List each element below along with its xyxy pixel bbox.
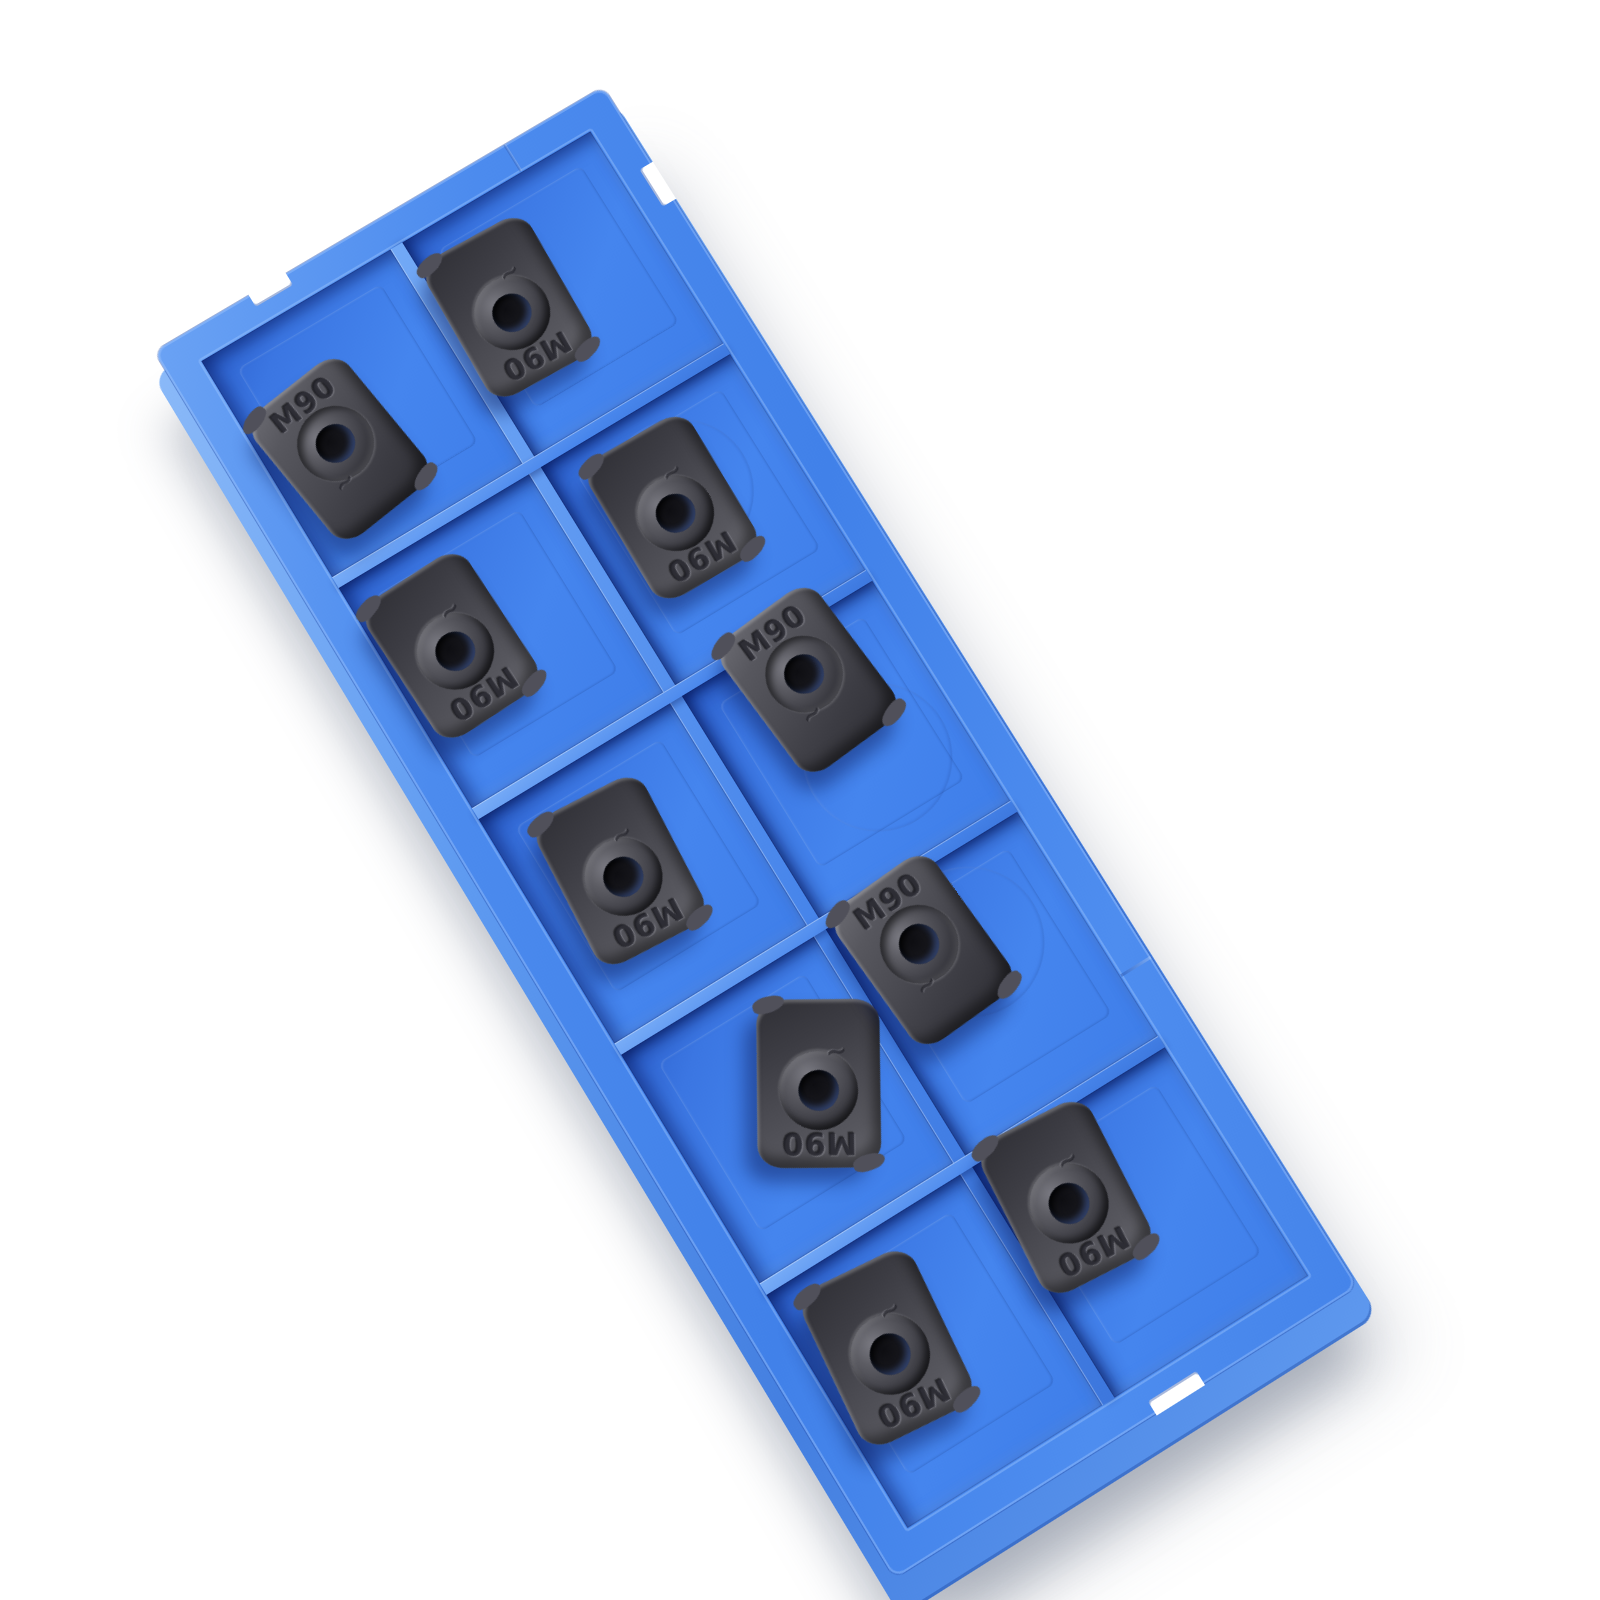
tray-wrap: M90 ∼ M90 ∼ M90 ∼ M90 ∼ M90 bbox=[154, 86, 1358, 1578]
insert-label: M90 bbox=[757, 1125, 881, 1162]
insert-bore bbox=[776, 647, 832, 702]
insert-bore bbox=[648, 486, 702, 539]
product-photo: M90 ∼ M90 ∼ M90 ∼ M90 ∼ M90 bbox=[0, 0, 1600, 1600]
insert-chipbreaker-mark: ∼ bbox=[824, 1036, 850, 1069]
insert-bore bbox=[485, 286, 538, 338]
rim-notch bbox=[639, 162, 676, 207]
insert-bore bbox=[1042, 1176, 1097, 1231]
insert-bore bbox=[428, 624, 483, 678]
insert-bore bbox=[891, 916, 947, 972]
insert-bore bbox=[308, 417, 363, 471]
rim-seam bbox=[1120, 956, 1151, 977]
milling-insert-7: M90 ∼ bbox=[756, 999, 881, 1169]
insert-bore bbox=[596, 850, 650, 904]
insert-bore bbox=[863, 1326, 918, 1381]
rim-notch bbox=[248, 272, 293, 307]
rim-seam bbox=[503, 144, 522, 172]
insert-bore bbox=[798, 1069, 839, 1110]
